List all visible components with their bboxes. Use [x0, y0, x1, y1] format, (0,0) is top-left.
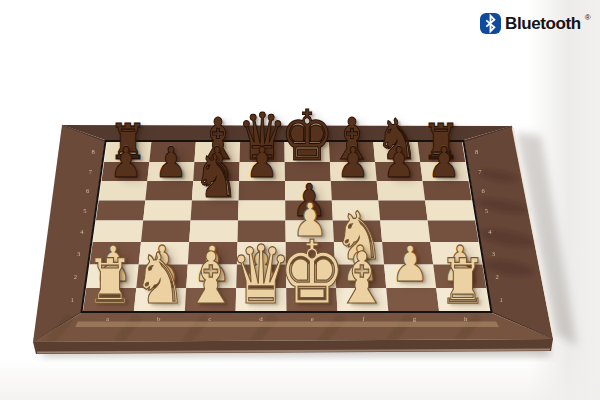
piece-white-rook[interactable]: ♜	[439, 251, 487, 313]
piece-black-pawn[interactable]: ♟	[428, 143, 460, 185]
rank-label-1-right: 1	[499, 296, 502, 303]
bluetooth-icon	[480, 13, 501, 34]
square-b5[interactable]	[143, 201, 192, 221]
piece-black-pawn[interactable]: ♟	[155, 143, 187, 185]
file-label-g: g	[413, 315, 417, 322]
piece-black-pawn[interactable]: ♟	[109, 143, 141, 185]
piece-white-rook[interactable]: ♜	[86, 251, 134, 313]
bluetooth-logo: Bluetooth ®	[480, 13, 591, 34]
product-photo-stage: 8877665544332211abcdefgh ♜♝♛♚♝♞♜♟♟♟♟♟♟♟♞…	[0, 0, 600, 400]
square-d5[interactable]	[238, 201, 285, 221]
piece-black-king[interactable]: ♚	[280, 101, 334, 171]
square-a5[interactable]	[96, 201, 145, 221]
square-h5[interactable]	[425, 201, 475, 221]
rank-label-1-left: 1	[70, 296, 73, 303]
piece-black-pawn[interactable]: ♟	[382, 143, 414, 185]
piece-black-pawn[interactable]: ♟	[337, 143, 369, 185]
piece-white-knight[interactable]: ♞	[133, 244, 187, 315]
piece-black-pawn[interactable]: ♟	[246, 143, 278, 185]
rank-label-2-right: 2	[496, 273, 499, 280]
piece-white-bishop[interactable]: ♝	[334, 243, 389, 315]
registered-trademark: ®	[585, 13, 591, 22]
square-g5[interactable]	[378, 201, 427, 221]
rank-label-2-left: 2	[74, 273, 77, 280]
bluetooth-label: Bluetooth	[505, 13, 581, 34]
piece-white-pawn[interactable]: ♟	[391, 240, 429, 289]
piece-black-knight[interactable]: ♞	[192, 146, 238, 206]
